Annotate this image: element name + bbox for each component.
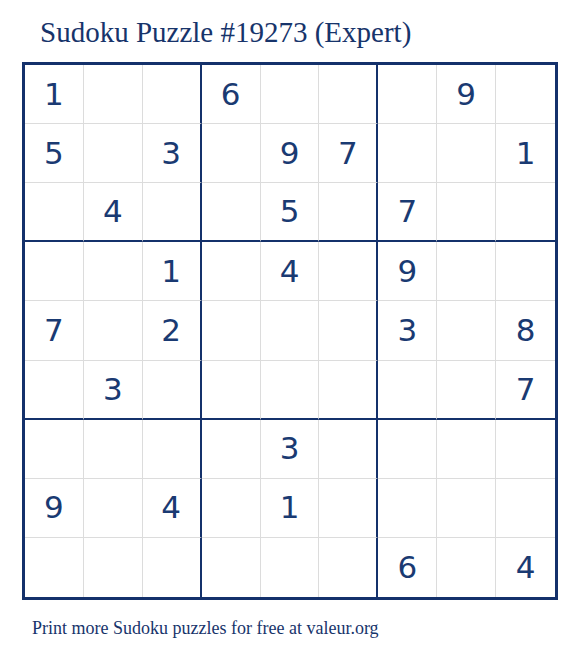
- footer-note: Print more Sudoku puzzles for free at va…: [32, 618, 379, 639]
- sudoku-cell[interactable]: 9: [437, 65, 496, 124]
- sudoku-cell[interactable]: 8: [496, 301, 555, 360]
- sudoku-cell[interactable]: [261, 301, 320, 360]
- sudoku-cell[interactable]: [319, 242, 378, 301]
- sudoku-cell[interactable]: [437, 361, 496, 420]
- sudoku-cell[interactable]: [319, 361, 378, 420]
- sudoku-cell[interactable]: 5: [25, 124, 84, 183]
- sudoku-cell[interactable]: [261, 538, 320, 597]
- sudoku-cell[interactable]: [319, 183, 378, 242]
- sudoku-cell[interactable]: [25, 183, 84, 242]
- sudoku-cell[interactable]: [202, 361, 261, 420]
- sudoku-cell[interactable]: 6: [378, 538, 437, 597]
- sudoku-cell[interactable]: [319, 479, 378, 538]
- sudoku-cell[interactable]: [437, 301, 496, 360]
- sudoku-cell[interactable]: 1: [496, 124, 555, 183]
- sudoku-cell[interactable]: 1: [261, 479, 320, 538]
- sudoku-cell[interactable]: [143, 361, 202, 420]
- sudoku-cell[interactable]: [261, 361, 320, 420]
- sudoku-cell[interactable]: 4: [496, 538, 555, 597]
- sudoku-board: 16953971457149723837394164: [22, 62, 558, 600]
- sudoku-cell[interactable]: 9: [378, 242, 437, 301]
- sudoku-cell[interactable]: [378, 420, 437, 479]
- sudoku-cell[interactable]: 4: [261, 242, 320, 301]
- sudoku-cell[interactable]: [378, 124, 437, 183]
- sudoku-cell[interactable]: [437, 420, 496, 479]
- sudoku-cell[interactable]: 4: [143, 479, 202, 538]
- sudoku-cell[interactable]: [25, 242, 84, 301]
- sudoku-cell[interactable]: [437, 124, 496, 183]
- sudoku-cell[interactable]: [25, 538, 84, 597]
- sudoku-cell[interactable]: 9: [25, 479, 84, 538]
- sudoku-cell[interactable]: [437, 242, 496, 301]
- sudoku-cell[interactable]: [496, 479, 555, 538]
- sudoku-cell[interactable]: 7: [378, 183, 437, 242]
- sudoku-cell[interactable]: [143, 65, 202, 124]
- sudoku-cell[interactable]: 7: [319, 124, 378, 183]
- sudoku-cell[interactable]: 3: [143, 124, 202, 183]
- sudoku-cell[interactable]: [84, 124, 143, 183]
- sudoku-cell[interactable]: 2: [143, 301, 202, 360]
- sudoku-cell[interactable]: 5: [261, 183, 320, 242]
- sudoku-cell[interactable]: 6: [202, 65, 261, 124]
- sudoku-cell[interactable]: 3: [261, 420, 320, 479]
- sudoku-cell[interactable]: [84, 420, 143, 479]
- sudoku-cell[interactable]: [378, 65, 437, 124]
- sudoku-cell[interactable]: [437, 479, 496, 538]
- sudoku-cell[interactable]: 4: [84, 183, 143, 242]
- sudoku-cell[interactable]: [437, 538, 496, 597]
- sudoku-cell[interactable]: [202, 420, 261, 479]
- sudoku-cell[interactable]: [25, 420, 84, 479]
- sudoku-cell[interactable]: 3: [84, 361, 143, 420]
- sudoku-cell[interactable]: [496, 65, 555, 124]
- sudoku-cell[interactable]: [143, 183, 202, 242]
- page-title: Sudoku Puzzle #19273 (Expert): [40, 16, 411, 49]
- sudoku-cell[interactable]: [202, 242, 261, 301]
- sudoku-cell[interactable]: [319, 538, 378, 597]
- sudoku-cell[interactable]: [143, 420, 202, 479]
- sudoku-cell[interactable]: [84, 301, 143, 360]
- sudoku-cell[interactable]: [143, 538, 202, 597]
- sudoku-cell[interactable]: [202, 538, 261, 597]
- sudoku-cell[interactable]: [25, 361, 84, 420]
- sudoku-cell[interactable]: [202, 301, 261, 360]
- sudoku-cell[interactable]: [437, 183, 496, 242]
- sudoku-cell[interactable]: [202, 479, 261, 538]
- sudoku-cell[interactable]: [496, 183, 555, 242]
- sudoku-cell[interactable]: [496, 242, 555, 301]
- sudoku-cell[interactable]: 9: [261, 124, 320, 183]
- sudoku-cell[interactable]: [84, 242, 143, 301]
- sudoku-cell[interactable]: 1: [143, 242, 202, 301]
- sudoku-cell[interactable]: [496, 420, 555, 479]
- sudoku-cell[interactable]: [202, 183, 261, 242]
- sudoku-cell[interactable]: [84, 479, 143, 538]
- sudoku-cell[interactable]: [319, 65, 378, 124]
- sudoku-cell[interactable]: [378, 479, 437, 538]
- sudoku-cell[interactable]: [84, 65, 143, 124]
- sudoku-cell[interactable]: [319, 420, 378, 479]
- sudoku-cell[interactable]: 7: [496, 361, 555, 420]
- sudoku-cell[interactable]: [202, 124, 261, 183]
- sudoku-cell[interactable]: [261, 65, 320, 124]
- sudoku-cell[interactable]: 3: [378, 301, 437, 360]
- sudoku-cell[interactable]: 1: [25, 65, 84, 124]
- sudoku-cell[interactable]: [319, 301, 378, 360]
- sudoku-cell[interactable]: [378, 361, 437, 420]
- sudoku-cell[interactable]: [84, 538, 143, 597]
- sudoku-cell[interactable]: 7: [25, 301, 84, 360]
